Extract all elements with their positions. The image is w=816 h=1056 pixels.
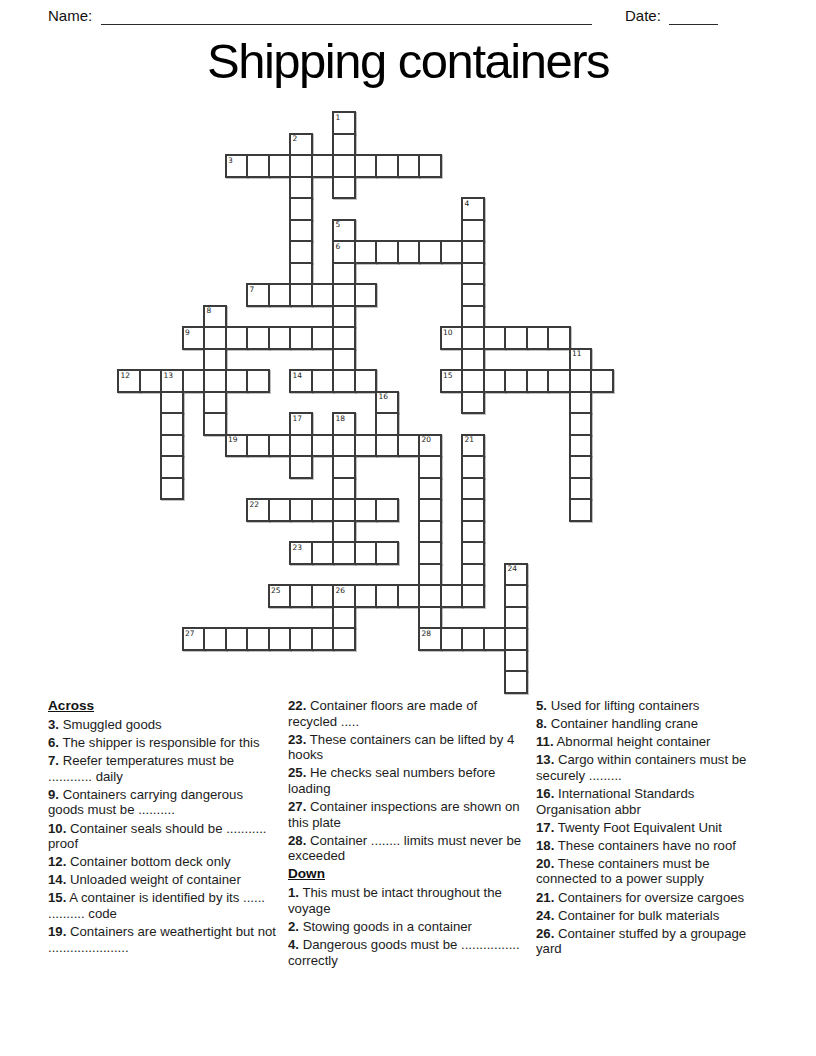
clue-item: 1. This must be intact throughout the vo… bbox=[288, 885, 526, 916]
grid-cell[interactable] bbox=[504, 670, 528, 694]
grid-cell[interactable] bbox=[160, 434, 184, 458]
clue-item: 20. These containers must be connected t… bbox=[536, 856, 762, 887]
grid-cell[interactable] bbox=[332, 434, 356, 458]
grid-cell[interactable] bbox=[225, 369, 249, 393]
clue-item: 13. Cargo within containers must be secu… bbox=[536, 752, 762, 783]
clue-item: 4. Dangerous goods must be .............… bbox=[288, 937, 526, 968]
grid-cell[interactable] bbox=[569, 434, 593, 458]
grid-cell[interactable] bbox=[569, 391, 593, 415]
clue-number-label: 11 bbox=[572, 349, 582, 358]
grid-cell[interactable] bbox=[160, 455, 184, 479]
grid-cell[interactable] bbox=[590, 369, 614, 393]
grid-cell[interactable]: 11 bbox=[569, 348, 593, 372]
grid-cell[interactable] bbox=[203, 326, 227, 350]
grid-cell[interactable] bbox=[526, 369, 550, 393]
grid-cell[interactable] bbox=[418, 520, 442, 544]
grid-cell[interactable] bbox=[569, 477, 593, 501]
grid-cell[interactable] bbox=[289, 627, 313, 651]
grid-cell[interactable]: 22 bbox=[246, 498, 270, 522]
grid-cell[interactable] bbox=[203, 627, 227, 651]
grid-cell[interactable] bbox=[375, 584, 399, 608]
grid-cell[interactable] bbox=[461, 219, 485, 243]
grid-cell[interactable] bbox=[418, 240, 442, 264]
grid-cell[interactable] bbox=[311, 498, 335, 522]
grid-cell[interactable] bbox=[268, 434, 292, 458]
grid-cell[interactable] bbox=[483, 369, 507, 393]
grid-cell[interactable] bbox=[160, 412, 184, 436]
clue-item: 14. Unloaded weight of container bbox=[48, 872, 278, 888]
grid-cell[interactable] bbox=[418, 563, 442, 587]
grid-cell[interactable] bbox=[375, 541, 399, 565]
grid-cell[interactable] bbox=[311, 541, 335, 565]
clue-item: 19. Containers are weathertight but not … bbox=[48, 924, 278, 955]
clue-item: 21. Containers for oversize cargoes bbox=[536, 890, 762, 906]
grid-cell[interactable]: 26 bbox=[332, 584, 356, 608]
grid-cell[interactable] bbox=[569, 498, 593, 522]
clue-number-label: 16 bbox=[379, 392, 389, 401]
clue-number-label: 15 bbox=[443, 371, 453, 380]
grid-cell[interactable]: 6 bbox=[332, 240, 356, 264]
grid-cell[interactable]: 20 bbox=[418, 434, 442, 458]
grid-cell[interactable] bbox=[375, 412, 399, 436]
grid-cell[interactable] bbox=[354, 498, 378, 522]
grid-cell[interactable] bbox=[203, 391, 227, 415]
grid-cell[interactable] bbox=[397, 584, 421, 608]
grid-cell[interactable] bbox=[526, 326, 550, 350]
grid-cell[interactable] bbox=[332, 627, 356, 651]
grid-cell[interactable] bbox=[461, 391, 485, 415]
clue-number-label: 23 bbox=[293, 543, 303, 552]
grid-cell[interactable]: 21 bbox=[461, 434, 485, 458]
clue-number-label: 14 bbox=[293, 371, 303, 380]
clue-item: 17. Twenty Foot Equivalent Unit bbox=[536, 820, 762, 836]
grid-cell[interactable] bbox=[311, 369, 335, 393]
clue-item: 11. Abnormal height container bbox=[536, 734, 762, 750]
grid-cell[interactable] bbox=[332, 477, 356, 501]
clue-number-label: 25 bbox=[271, 586, 281, 595]
grid-cell[interactable] bbox=[504, 326, 528, 350]
grid-cell[interactable] bbox=[440, 240, 464, 264]
grid-cell[interactable] bbox=[354, 584, 378, 608]
grid-cell[interactable]: 4 bbox=[461, 197, 485, 221]
clue-column-2: 22. Container floors are made of recycle… bbox=[288, 698, 536, 971]
grid-cell[interactable] bbox=[461, 563, 485, 587]
grid-cell[interactable] bbox=[332, 541, 356, 565]
name-blank-line bbox=[101, 24, 592, 25]
grid-cell[interactable] bbox=[203, 348, 227, 372]
grid-cell[interactable] bbox=[418, 541, 442, 565]
worksheet-page: Name: Date: Shipping containers 12345678… bbox=[0, 0, 816, 1056]
puzzle-title: Shipping containers bbox=[0, 33, 816, 89]
grid-cell[interactable] bbox=[504, 627, 528, 651]
clue-item: 25. He checks seal numbers before loadin… bbox=[288, 765, 526, 796]
clue-number-label: 3 bbox=[228, 156, 233, 165]
grid-cell[interactable] bbox=[311, 154, 335, 178]
grid-cell[interactable]: 23 bbox=[289, 541, 313, 565]
grid-cell[interactable]: 14 bbox=[289, 369, 313, 393]
grid-cell[interactable]: 16 bbox=[375, 391, 399, 415]
grid-cell[interactable] bbox=[504, 369, 528, 393]
grid-cell[interactable] bbox=[461, 498, 485, 522]
date-blank-line bbox=[669, 24, 718, 25]
grid-cell[interactable] bbox=[289, 197, 313, 221]
clue-item: 3. Smuggled goods bbox=[48, 717, 278, 733]
grid-cell[interactable] bbox=[418, 455, 442, 479]
grid-cell[interactable] bbox=[461, 455, 485, 479]
grid-cell[interactable] bbox=[225, 627, 249, 651]
grid-cell[interactable] bbox=[289, 584, 313, 608]
grid-cell[interactable] bbox=[332, 520, 356, 544]
clue-number-label: 18 bbox=[336, 414, 346, 423]
clue-item: 7. Reefer temperatures must be .........… bbox=[48, 753, 278, 784]
grid-cell[interactable]: 18 bbox=[332, 412, 356, 436]
grid-cell[interactable] bbox=[332, 606, 356, 630]
clue-item: 9. Containers carrying dangerous goods m… bbox=[48, 787, 278, 818]
grid-cell[interactable] bbox=[332, 262, 356, 286]
grid-cell[interactable] bbox=[461, 326, 485, 350]
grid-cell[interactable]: 7 bbox=[246, 283, 270, 307]
clue-number-label: 5 bbox=[336, 220, 341, 229]
grid-cell[interactable] bbox=[504, 649, 528, 673]
grid-cell[interactable]: 2 bbox=[289, 133, 313, 157]
grid-cell[interactable] bbox=[375, 154, 399, 178]
grid-cell[interactable] bbox=[418, 498, 442, 522]
clue-item: 22. Container floors are made of recycle… bbox=[288, 698, 526, 729]
clue-number-label: 24 bbox=[508, 564, 518, 573]
grid-cell[interactable]: 13 bbox=[160, 369, 184, 393]
clue-item: 18. These containers have no roof bbox=[536, 838, 762, 854]
grid-cell[interactable] bbox=[375, 240, 399, 264]
grid-cell[interactable] bbox=[461, 541, 485, 565]
grid-cell[interactable] bbox=[461, 240, 485, 264]
clue-list-header-across: Across bbox=[48, 698, 278, 714]
grid-cell[interactable] bbox=[461, 369, 485, 393]
grid-cell[interactable] bbox=[289, 434, 313, 458]
clue-number-label: 12 bbox=[121, 371, 131, 380]
grid-cell[interactable]: 3 bbox=[225, 154, 249, 178]
grid-cell[interactable] bbox=[182, 369, 206, 393]
clue-item: 28. Container ........ limits must never… bbox=[288, 833, 526, 864]
grid-cell[interactable] bbox=[311, 283, 335, 307]
grid-cell[interactable] bbox=[289, 326, 313, 350]
grid-cell[interactable] bbox=[483, 627, 507, 651]
grid-cell[interactable] bbox=[225, 326, 249, 350]
grid-cell[interactable] bbox=[246, 434, 270, 458]
grid-cell[interactable] bbox=[246, 326, 270, 350]
grid-cell[interactable] bbox=[354, 369, 378, 393]
grid-cell[interactable] bbox=[139, 369, 163, 393]
clue-column-1: Across3. Smuggled goods6. The shipper is… bbox=[48, 698, 288, 971]
clue-number-label: 4 bbox=[465, 199, 470, 208]
grid-cell[interactable] bbox=[332, 305, 356, 329]
clue-number-label: 13 bbox=[164, 371, 174, 380]
clue-item: 15. A container is identified by its ...… bbox=[48, 890, 278, 921]
clue-number-label: 17 bbox=[293, 414, 303, 423]
grid-cell[interactable] bbox=[440, 627, 464, 651]
grid-cell[interactable] bbox=[246, 154, 270, 178]
grid-cell[interactable] bbox=[569, 412, 593, 436]
grid-cell[interactable]: 12 bbox=[117, 369, 141, 393]
grid-cell[interactable] bbox=[332, 498, 356, 522]
clue-number-label: 1 bbox=[336, 113, 341, 122]
grid-cell[interactable]: 19 bbox=[225, 434, 249, 458]
clue-item: 6. The shipper is responsible for this bbox=[48, 735, 278, 751]
grid-cell[interactable]: 1 bbox=[332, 111, 356, 135]
grid-cell[interactable] bbox=[354, 240, 378, 264]
clue-number-label: 19 bbox=[228, 435, 238, 444]
clue-item: 23. These containers can be lifted by 4 … bbox=[288, 732, 526, 763]
grid-cell[interactable] bbox=[569, 369, 593, 393]
grid-cell[interactable] bbox=[289, 498, 313, 522]
clue-number-label: 8 bbox=[207, 306, 212, 315]
grid-cell[interactable] bbox=[504, 584, 528, 608]
grid-cell[interactable] bbox=[569, 455, 593, 479]
clue-number-label: 6 bbox=[336, 242, 341, 251]
grid-cell[interactable] bbox=[289, 219, 313, 243]
clue-number-label: 26 bbox=[336, 586, 346, 595]
clue-number-label: 27 bbox=[185, 629, 195, 638]
grid-cell[interactable] bbox=[289, 154, 313, 178]
grid-cell[interactable] bbox=[289, 240, 313, 264]
grid-cell[interactable] bbox=[203, 369, 227, 393]
grid-cell[interactable] bbox=[397, 240, 421, 264]
grid-cell[interactable] bbox=[311, 627, 335, 651]
grid-cell[interactable]: 25 bbox=[268, 584, 292, 608]
clue-number-label: 22 bbox=[250, 500, 260, 509]
grid-cell[interactable] bbox=[332, 326, 356, 350]
clue-item: 8. Container handling crane bbox=[536, 716, 762, 732]
clue-item: 24. Container for bulk materials bbox=[536, 908, 762, 924]
grid-cell[interactable] bbox=[289, 455, 313, 479]
grid-cell[interactable] bbox=[289, 283, 313, 307]
grid-cell[interactable] bbox=[160, 391, 184, 415]
grid-cell[interactable] bbox=[461, 305, 485, 329]
clue-item: 10. Container seals should be ..........… bbox=[48, 821, 278, 852]
grid-cell[interactable] bbox=[332, 369, 356, 393]
grid-cell[interactable] bbox=[461, 348, 485, 372]
grid-cell[interactable] bbox=[332, 455, 356, 479]
crossword-grid: 1234567891011121314151617181920212223242… bbox=[117, 111, 614, 694]
clue-number-label: 7 bbox=[250, 285, 255, 294]
grid-cell[interactable] bbox=[246, 627, 270, 651]
grid-cell[interactable] bbox=[375, 434, 399, 458]
grid-cell[interactable]: 9 bbox=[182, 326, 206, 350]
grid-cell[interactable]: 27 bbox=[182, 627, 206, 651]
grid-cell[interactable] bbox=[268, 154, 292, 178]
grid-cell[interactable] bbox=[311, 326, 335, 350]
clue-number-label: 9 bbox=[185, 328, 190, 337]
grid-cell[interactable] bbox=[354, 154, 378, 178]
clue-item: 5. Used for lifting containers bbox=[536, 698, 762, 714]
grid-cell[interactable] bbox=[418, 606, 442, 630]
clue-number-label: 20 bbox=[422, 435, 432, 444]
clue-item: 12. Container bottom deck only bbox=[48, 854, 278, 870]
grid-cell[interactable] bbox=[461, 283, 485, 307]
clue-item: 16. International Standards Organisation… bbox=[536, 786, 762, 817]
clues-section: Across3. Smuggled goods6. The shipper is… bbox=[48, 698, 772, 971]
grid-cell[interactable] bbox=[418, 477, 442, 501]
clue-number-label: 2 bbox=[293, 134, 298, 143]
clue-number-label: 21 bbox=[465, 435, 475, 444]
grid-cell[interactable] bbox=[461, 627, 485, 651]
grid-cell[interactable] bbox=[332, 154, 356, 178]
grid-cell[interactable] bbox=[461, 262, 485, 286]
grid-cell[interactable] bbox=[203, 412, 227, 436]
grid-cell[interactable] bbox=[461, 520, 485, 544]
grid-cell[interactable] bbox=[311, 584, 335, 608]
grid-cell[interactable] bbox=[397, 434, 421, 458]
grid-cell[interactable]: 17 bbox=[289, 412, 313, 436]
grid-cell[interactable] bbox=[268, 498, 292, 522]
grid-cell[interactable] bbox=[332, 283, 356, 307]
grid-cell[interactable] bbox=[547, 369, 571, 393]
grid-cell[interactable]: 28 bbox=[418, 627, 442, 651]
grid-cell[interactable] bbox=[418, 584, 442, 608]
clue-item: 2. Stowing goods in a container bbox=[288, 919, 526, 935]
grid-cell[interactable] bbox=[418, 154, 442, 178]
grid-cell[interactable] bbox=[354, 434, 378, 458]
clue-list-header-down: Down bbox=[288, 866, 526, 882]
grid-cell[interactable] bbox=[547, 326, 571, 350]
grid-cell[interactable] bbox=[504, 606, 528, 630]
clue-number-label: 28 bbox=[422, 629, 432, 638]
grid-cell[interactable] bbox=[332, 133, 356, 157]
grid-cell[interactable] bbox=[311, 434, 335, 458]
grid-cell[interactable]: 15 bbox=[440, 369, 464, 393]
grid-cell[interactable] bbox=[354, 283, 378, 307]
grid-cell[interactable]: 8 bbox=[203, 305, 227, 329]
grid-cell[interactable] bbox=[461, 584, 485, 608]
grid-cell[interactable] bbox=[440, 584, 464, 608]
clue-item: 27. Container inspections are shown on t… bbox=[288, 799, 526, 830]
grid-cell[interactable] bbox=[268, 627, 292, 651]
clue-item: 26. Container stuffed by a groupage yard bbox=[536, 926, 762, 957]
grid-cell[interactable] bbox=[354, 541, 378, 565]
grid-cell[interactable] bbox=[289, 262, 313, 286]
grid-cell[interactable] bbox=[160, 477, 184, 501]
name-label: Name: bbox=[48, 7, 92, 24]
grid-cell[interactable] bbox=[332, 176, 356, 200]
grid-cell[interactable] bbox=[397, 154, 421, 178]
grid-cell[interactable] bbox=[246, 369, 270, 393]
clue-column-3: 5. Used for lifting containers8. Contain… bbox=[536, 698, 772, 971]
date-label: Date: bbox=[625, 7, 661, 24]
grid-cell[interactable]: 24 bbox=[504, 563, 528, 587]
grid-cell[interactable]: 5 bbox=[332, 219, 356, 243]
grid-cell[interactable] bbox=[268, 326, 292, 350]
grid-cell[interactable] bbox=[332, 348, 356, 372]
grid-cell[interactable] bbox=[268, 283, 292, 307]
grid-cell[interactable]: 10 bbox=[440, 326, 464, 350]
clue-number-label: 10 bbox=[443, 328, 453, 337]
grid-cell[interactable] bbox=[375, 498, 399, 522]
grid-cell[interactable] bbox=[483, 326, 507, 350]
grid-cell[interactable] bbox=[461, 477, 485, 501]
grid-cell[interactable] bbox=[289, 176, 313, 200]
